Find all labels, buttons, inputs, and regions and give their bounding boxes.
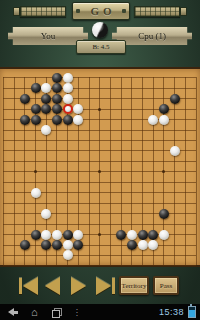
black-stone [138,230,148,240]
android-status-bar: ⌂ ⋮ 15:38 [0,304,200,320]
white-stone [73,104,83,114]
yin-yang-stone-icon [92,22,108,38]
star-point [98,233,101,236]
grid-line [185,77,186,265]
white-stone [41,209,51,219]
home-icon[interactable]: ⌂ [31,307,38,317]
step-back-icon [45,277,60,295]
black-stone [20,94,30,104]
star-point [98,170,101,173]
grid-line [3,203,196,204]
black-stone [63,115,73,125]
go-board[interactable] [0,67,200,267]
territory-button[interactable]: Territory [119,276,149,295]
black-stone [41,240,51,250]
black-stone [148,230,158,240]
grid-line [3,265,196,266]
white-stone [148,115,158,125]
white-stone [63,73,73,83]
plate-notch [76,9,80,13]
ornament-right [134,6,180,17]
app-title-plate: GO [72,2,130,20]
white-stone [170,146,180,156]
ornament-left [20,6,66,17]
black-stone [31,230,41,240]
grid-line [3,245,196,246]
ornament-knob-right [180,7,187,16]
step-forward-button[interactable] [71,276,86,296]
black-stone [31,104,41,114]
app-title: GO [86,5,115,17]
black-stone [63,230,73,240]
white-stone [63,250,73,260]
black-stone [116,230,126,240]
black-stone [41,104,51,114]
white-stone [159,115,169,125]
player-left-name: You [41,31,56,41]
grid-line [3,182,196,183]
black-stone [127,240,137,250]
white-stone [159,230,169,240]
score-value: B: 4.5 [92,43,109,51]
white-stone [41,83,51,93]
step-forward-icon [71,277,86,295]
white-stone [138,240,148,250]
score-plate: B: 4.5 [76,40,126,54]
battery-icon [188,306,196,318]
black-stone [52,104,62,114]
black-stone [52,73,62,83]
black-stone [20,115,30,125]
clock-text: 15:38 [159,307,184,317]
skip-to-end-button[interactable] [96,276,116,296]
grid-line [3,224,196,225]
back-icon[interactable] [8,308,18,316]
skip-to-end-triangle-icon [96,277,111,295]
white-stone [63,94,73,104]
white-stone [63,83,73,93]
white-stone [41,125,51,135]
star-point [34,170,37,173]
black-stone [20,240,30,250]
territory-button-label: Territory [122,282,147,290]
skip-to-start-bar-icon [19,278,22,294]
black-stone [159,104,169,114]
last-move-white-stone [63,104,73,114]
pass-button[interactable]: Pass [153,276,179,295]
step-back-button[interactable] [45,276,60,296]
black-stone [52,240,62,250]
pass-button-label: Pass [160,282,172,290]
skip-to-start-button[interactable] [18,276,38,296]
white-stone [63,240,73,250]
ornament-knob-left [13,7,20,16]
black-stone [73,240,83,250]
black-stone [31,83,41,93]
skip-to-start-triangle-icon [23,277,38,295]
white-stone [73,230,83,240]
black-stone [52,83,62,93]
white-stone [148,240,158,250]
skip-to-end-bar-icon [112,278,115,294]
black-stone [31,115,41,125]
black-stone [159,209,169,219]
black-stone [170,94,180,104]
grid-line [3,255,196,256]
star-point [98,108,101,111]
black-stone [52,94,62,104]
black-stone [41,94,51,104]
recents-icon[interactable] [52,308,61,317]
white-stone [127,230,137,240]
white-stone [52,230,62,240]
grid-line [196,77,197,265]
white-stone [73,115,83,125]
black-stone [52,115,62,125]
grid-line [174,77,175,265]
player-right-name: Cpu (1) [138,31,166,41]
menu-overflow-icon[interactable]: ⋮ [73,308,81,317]
go-app-screen: GO You Cpu (1) B: 4.5 Territory Pass ⌂ [0,0,200,320]
white-stone [41,230,51,240]
white-stone [31,188,41,198]
plate-notch [122,9,126,13]
grid-line [110,77,111,265]
